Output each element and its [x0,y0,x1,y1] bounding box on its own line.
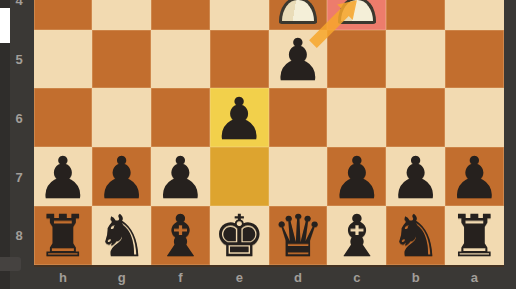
square-g5[interactable] [92,30,151,89]
square-b4[interactable] [386,0,445,30]
square-a5[interactable] [445,30,504,89]
square-g7[interactable]: ♟ [92,147,151,206]
file-label-a: a [445,265,504,289]
piece-black-bishop-f8[interactable]: ♝ [151,207,210,266]
square-h6[interactable] [34,88,93,147]
square-e5[interactable] [210,30,269,89]
square-d5[interactable]: ♟ [269,30,328,89]
piece-black-pawn-e6[interactable]: ♟ [210,89,269,148]
piece-black-pawn-d5[interactable]: ♟ [269,31,328,90]
square-g6[interactable] [92,88,151,147]
rank-label-4: 4 [8,0,30,8]
square-c5[interactable] [327,30,386,89]
piece-black-pawn-b7[interactable]: ♟ [386,148,445,207]
square-b5[interactable] [386,30,445,89]
square-h8[interactable]: ♜ [34,206,93,265]
chess-board[interactable]: ♟♟♟♟♟♟♟♟♜♞♝♚♛♝♞♜ [34,0,504,265]
file-label-b: b [386,265,445,289]
square-c6[interactable] [327,88,386,147]
piece-black-pawn-c7[interactable]: ♟ [327,148,386,207]
rank-label-6: 6 [8,110,30,125]
square-c4[interactable] [327,0,386,30]
eval-bar-fragment [0,8,10,43]
square-e7[interactable] [210,147,269,206]
rank-label-7: 7 [8,169,30,184]
square-d6[interactable] [269,88,328,147]
square-f6[interactable] [151,88,210,147]
square-b8[interactable]: ♞ [386,206,445,265]
piece-black-bishop-c8[interactable]: ♝ [327,207,386,266]
piece-black-pawn-a7[interactable]: ♟ [445,148,504,207]
square-f4[interactable] [151,0,210,30]
square-a8[interactable]: ♜ [445,206,504,265]
square-d7[interactable] [269,147,328,206]
square-f5[interactable] [151,30,210,89]
square-e6[interactable]: ♟ [210,88,269,147]
square-h4[interactable] [34,0,93,30]
piece-black-knight-b8[interactable]: ♞ [386,207,445,266]
piece-white-pawn-d4[interactable] [279,0,317,24]
piece-black-knight-g8[interactable]: ♞ [92,207,151,266]
file-label-c: c [327,265,386,289]
file-label-f: f [151,265,210,289]
square-d8[interactable]: ♛ [269,206,328,265]
square-e8[interactable]: ♚ [210,206,269,265]
file-label-d: d [269,265,328,289]
piece-white-pawn-c4[interactable] [338,0,376,24]
piece-black-queen-d8[interactable]: ♛ [269,207,328,266]
square-g4[interactable] [92,0,151,30]
piece-black-pawn-f7[interactable]: ♟ [151,148,210,207]
square-g8[interactable]: ♞ [92,206,151,265]
rank-label-8: 8 [8,228,30,243]
square-e4[interactable] [210,0,269,30]
file-label-g: g [92,265,151,289]
file-label-h: h [34,265,93,289]
file-labels: hgfedcba [34,265,504,289]
piece-black-rook-h8[interactable]: ♜ [34,207,93,266]
piece-black-pawn-g7[interactable]: ♟ [92,148,151,207]
square-h5[interactable] [34,30,93,89]
square-h7[interactable]: ♟ [34,147,93,206]
sidebar-corner-fragment [0,257,21,271]
square-b6[interactable] [386,88,445,147]
square-a7[interactable]: ♟ [445,147,504,206]
square-c8[interactable]: ♝ [327,206,386,265]
chess-board-screen: ♟♟♟♟♟♟♟♟♜♞♝♚♛♝♞♜ 45678 hgfedcba [0,0,516,289]
file-label-e: e [210,265,269,289]
rank-label-5: 5 [8,52,30,67]
piece-black-pawn-h7[interactable]: ♟ [34,148,93,207]
rank-labels: 45678 [8,0,30,289]
piece-black-king-e8[interactable]: ♚ [210,207,269,266]
square-a4[interactable] [445,0,504,30]
piece-black-rook-a8[interactable]: ♜ [445,207,504,266]
square-b7[interactable]: ♟ [386,147,445,206]
square-c7[interactable]: ♟ [327,147,386,206]
square-f7[interactable]: ♟ [151,147,210,206]
square-f8[interactable]: ♝ [151,206,210,265]
square-a6[interactable] [445,88,504,147]
